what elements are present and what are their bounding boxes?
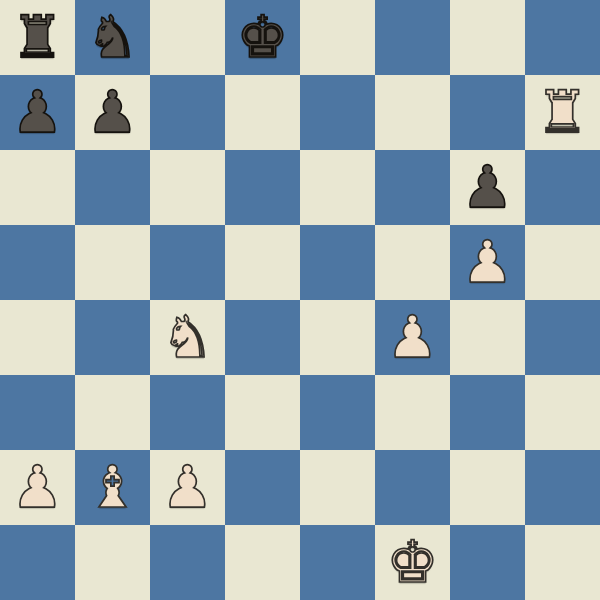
square-d4[interactable] bbox=[225, 300, 300, 375]
square-c7[interactable] bbox=[150, 75, 225, 150]
square-a2[interactable]: ♟ bbox=[0, 450, 75, 525]
square-b4[interactable] bbox=[75, 300, 150, 375]
piece-white-knight[interactable]: ♞ bbox=[162, 300, 214, 375]
piece-white-pawn[interactable]: ♟ bbox=[162, 450, 214, 525]
square-d5[interactable] bbox=[225, 225, 300, 300]
square-f3[interactable] bbox=[375, 375, 450, 450]
square-f4[interactable]: ♟ bbox=[375, 300, 450, 375]
square-c4[interactable]: ♞ bbox=[150, 300, 225, 375]
square-c6[interactable] bbox=[150, 150, 225, 225]
piece-black-rook[interactable]: ♜ bbox=[12, 0, 64, 75]
square-d2[interactable] bbox=[225, 450, 300, 525]
square-g4[interactable] bbox=[450, 300, 525, 375]
piece-black-pawn[interactable]: ♟ bbox=[12, 75, 64, 150]
square-a6[interactable] bbox=[0, 150, 75, 225]
piece-white-pawn[interactable]: ♟ bbox=[12, 450, 64, 525]
piece-black-pawn[interactable]: ♟ bbox=[87, 75, 139, 150]
square-c3[interactable] bbox=[150, 375, 225, 450]
square-g6[interactable]: ♟ bbox=[450, 150, 525, 225]
square-d1[interactable] bbox=[225, 525, 300, 600]
square-e8[interactable] bbox=[300, 0, 375, 75]
square-h3[interactable] bbox=[525, 375, 600, 450]
square-f7[interactable] bbox=[375, 75, 450, 150]
square-a5[interactable] bbox=[0, 225, 75, 300]
square-h8[interactable] bbox=[525, 0, 600, 75]
square-c8[interactable] bbox=[150, 0, 225, 75]
piece-white-pawn[interactable]: ♟ bbox=[462, 225, 514, 300]
square-e6[interactable] bbox=[300, 150, 375, 225]
square-a7[interactable]: ♟ bbox=[0, 75, 75, 150]
piece-white-king[interactable]: ♚ bbox=[387, 525, 439, 600]
square-e5[interactable] bbox=[300, 225, 375, 300]
piece-black-knight[interactable]: ♞ bbox=[87, 0, 139, 75]
square-a8[interactable]: ♜ bbox=[0, 0, 75, 75]
square-b5[interactable] bbox=[75, 225, 150, 300]
square-f5[interactable] bbox=[375, 225, 450, 300]
square-a3[interactable] bbox=[0, 375, 75, 450]
square-b2[interactable]: ♝ bbox=[75, 450, 150, 525]
square-f1[interactable]: ♚ bbox=[375, 525, 450, 600]
square-e4[interactable] bbox=[300, 300, 375, 375]
square-d7[interactable] bbox=[225, 75, 300, 150]
square-g3[interactable] bbox=[450, 375, 525, 450]
square-g1[interactable] bbox=[450, 525, 525, 600]
square-h2[interactable] bbox=[525, 450, 600, 525]
square-h5[interactable] bbox=[525, 225, 600, 300]
square-e7[interactable] bbox=[300, 75, 375, 150]
piece-white-rook[interactable]: ♜ bbox=[537, 75, 589, 150]
piece-black-pawn[interactable]: ♟ bbox=[462, 150, 514, 225]
square-g5[interactable]: ♟ bbox=[450, 225, 525, 300]
square-c5[interactable] bbox=[150, 225, 225, 300]
square-g8[interactable] bbox=[450, 0, 525, 75]
square-g7[interactable] bbox=[450, 75, 525, 150]
square-d3[interactable] bbox=[225, 375, 300, 450]
square-b7[interactable]: ♟ bbox=[75, 75, 150, 150]
square-d8[interactable]: ♚ bbox=[225, 0, 300, 75]
square-g2[interactable] bbox=[450, 450, 525, 525]
square-c2[interactable]: ♟ bbox=[150, 450, 225, 525]
piece-white-pawn[interactable]: ♟ bbox=[387, 300, 439, 375]
square-f8[interactable] bbox=[375, 0, 450, 75]
square-h1[interactable] bbox=[525, 525, 600, 600]
square-a4[interactable] bbox=[0, 300, 75, 375]
square-h7[interactable]: ♜ bbox=[525, 75, 600, 150]
square-e2[interactable] bbox=[300, 450, 375, 525]
square-b3[interactable] bbox=[75, 375, 150, 450]
square-f2[interactable] bbox=[375, 450, 450, 525]
square-c1[interactable] bbox=[150, 525, 225, 600]
square-e1[interactable] bbox=[300, 525, 375, 600]
square-b6[interactable] bbox=[75, 150, 150, 225]
piece-white-bishop[interactable]: ♝ bbox=[87, 450, 139, 525]
chess-board-container: ♜♞♚♟♟♜♟♟♞♟♟♝♟♚ bbox=[0, 0, 600, 600]
square-h4[interactable] bbox=[525, 300, 600, 375]
square-h6[interactable] bbox=[525, 150, 600, 225]
square-f6[interactable] bbox=[375, 150, 450, 225]
square-b1[interactable] bbox=[75, 525, 150, 600]
square-e3[interactable] bbox=[300, 375, 375, 450]
square-d6[interactable] bbox=[225, 150, 300, 225]
piece-black-king[interactable]: ♚ bbox=[237, 0, 289, 75]
square-b8[interactable]: ♞ bbox=[75, 0, 150, 75]
chess-board: ♜♞♚♟♟♜♟♟♞♟♟♝♟♚ bbox=[0, 0, 600, 600]
square-a1[interactable] bbox=[0, 525, 75, 600]
